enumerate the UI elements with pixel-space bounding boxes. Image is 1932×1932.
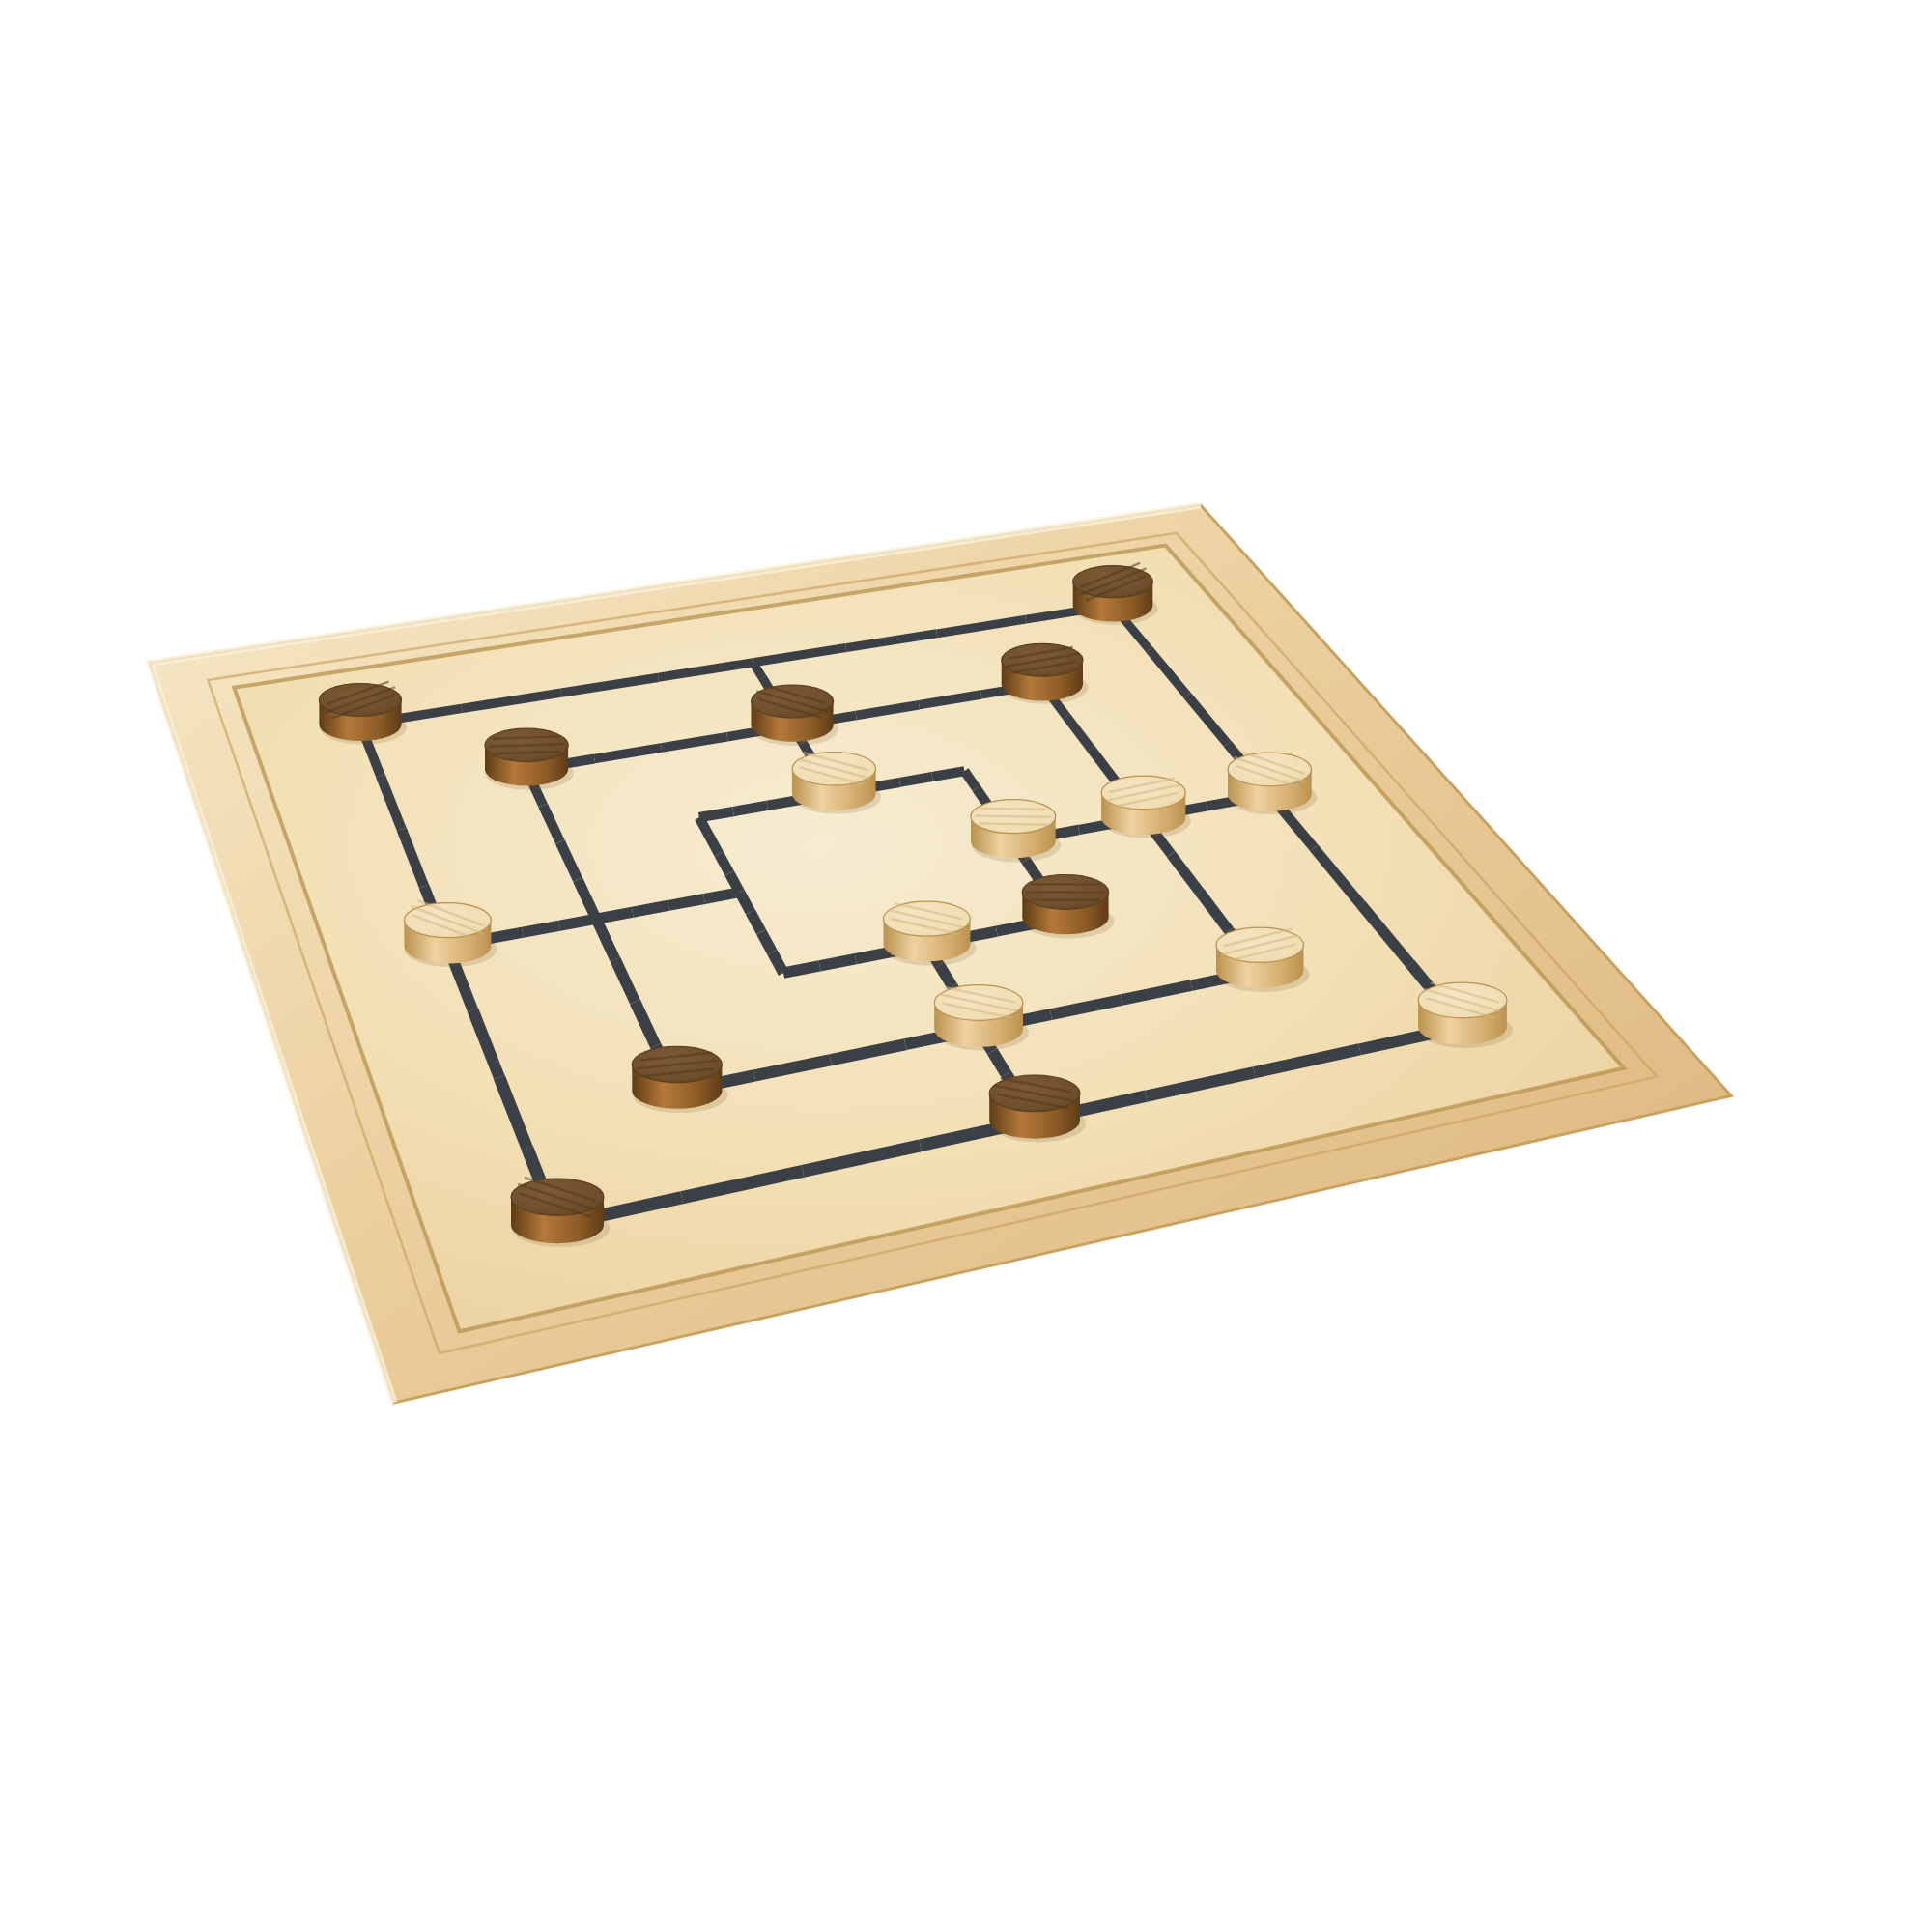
piece-dark-a7[interactable] [319,680,407,744]
board-line [899,777,932,782]
piece-dark-a1[interactable] [511,1177,610,1248]
piece-light-f4[interactable] [1101,776,1191,838]
point-c4[interactable] [715,867,765,918]
piece-dark-d6[interactable] [752,684,839,746]
piece-light-g4[interactable] [1228,750,1317,814]
piece-dark-f6[interactable] [1002,643,1089,703]
product-photo [0,0,1932,1932]
morris-board-scene [0,0,1932,1932]
piece-dark-b2[interactable] [632,1046,727,1113]
piece-dark-e3[interactable] [1022,875,1114,939]
point-d7[interactable] [728,638,779,688]
piece-light-f2[interactable] [1216,927,1310,992]
piece-light-d5[interactable] [792,752,881,813]
point-c3[interactable] [758,948,809,998]
board-line [523,925,559,932]
piece-light-d2[interactable] [934,985,1029,1051]
piece-dark-b6[interactable] [485,728,574,790]
point-e5[interactable] [939,746,989,796]
piece-dark-d1[interactable] [989,1075,1086,1142]
point-b4[interactable] [571,894,621,944]
board-line [668,899,704,906]
board-line [733,806,767,811]
board-line [820,959,856,966]
point-c5[interactable] [674,792,724,842]
board-line [633,905,668,912]
board-root [150,505,1731,1403]
piece-light-e4[interactable] [971,800,1062,863]
piece-light-g1[interactable] [1418,981,1513,1048]
piece-light-d3[interactable] [883,901,976,966]
